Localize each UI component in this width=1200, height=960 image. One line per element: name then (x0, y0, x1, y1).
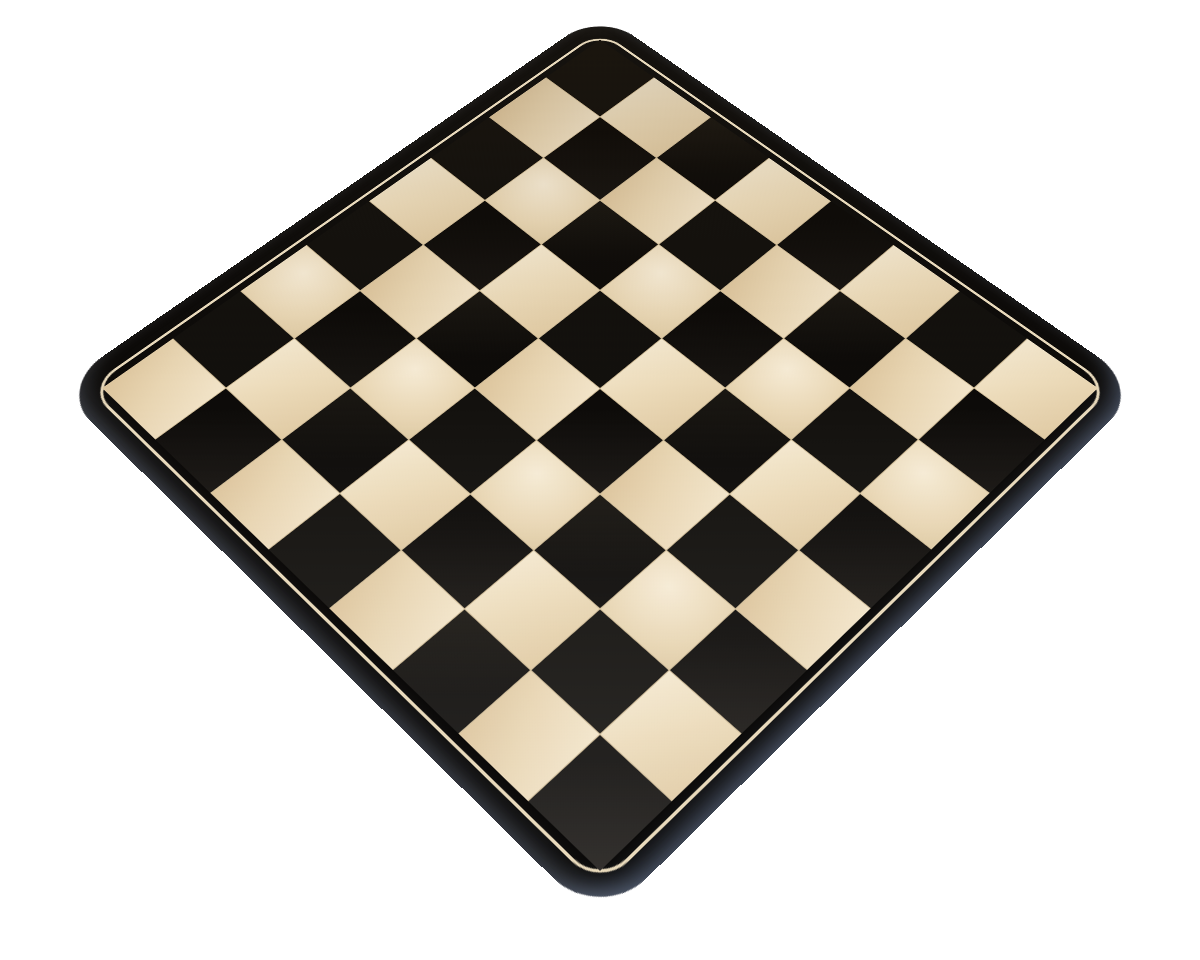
chess-board (57, 13, 1143, 925)
board-field (102, 40, 1098, 871)
product-photo-stage (0, 0, 1200, 960)
